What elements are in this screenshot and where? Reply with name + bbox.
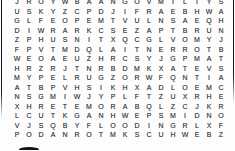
cell-r3c6: P — [71, 16, 83, 26]
cell-r3c13: N — [155, 16, 167, 26]
cell-r5c18: J — [215, 35, 227, 45]
cell-r13c1: L — [11, 111, 23, 121]
cell-r15c11: S — [131, 130, 143, 140]
cell-r3c10: V — [119, 16, 131, 26]
cell-r4c3: W — [35, 26, 47, 36]
cell-r5c17: Y — [203, 35, 215, 45]
cell-r4c13: P — [155, 26, 167, 36]
cell-r11c2: S — [23, 92, 35, 102]
cell-r6c14: R — [167, 45, 179, 55]
cell-r13c18: O — [215, 111, 227, 121]
cell-r11c15: X — [179, 92, 191, 102]
cell-r10c17: M — [203, 83, 215, 93]
cell-r7c9: R — [107, 54, 119, 64]
cell-r9c3: P — [35, 73, 47, 83]
cell-r7c13: J — [155, 54, 167, 64]
cell-r4c15: B — [179, 26, 191, 36]
cell-r4c14: T — [167, 26, 179, 36]
cell-r15c4: A — [47, 130, 59, 140]
cell-r3c4: E — [47, 16, 59, 26]
cell-r5c2: P — [23, 35, 35, 45]
cell-r6c6: D — [71, 45, 83, 55]
cell-r6c2: P — [23, 45, 35, 55]
cell-r5c5: S — [59, 35, 71, 45]
cell-r5c1: Z — [11, 35, 23, 45]
cell-r6c5: M — [59, 45, 71, 55]
cell-r13c7: A — [83, 111, 95, 121]
cell-r5c7: I — [83, 35, 95, 45]
cell-r8c13: X — [155, 64, 167, 74]
cell-r10c6: H — [71, 83, 83, 93]
cell-r9c8: G — [95, 73, 107, 83]
cell-r2c4: Y — [47, 7, 59, 17]
cell-r5c13: L — [155, 35, 167, 45]
cell-r12c15: C — [179, 102, 191, 112]
cell-r10c13: D — [155, 83, 167, 93]
cell-r9c4: E — [47, 73, 59, 83]
ink-blob — [19, 147, 39, 151]
cell-r14c18: F — [215, 121, 227, 131]
cell-r4c16: R — [191, 26, 203, 36]
cell-r9c12: W — [143, 73, 155, 83]
cell-r14c11: D — [131, 121, 143, 131]
cell-r10c8: I — [95, 83, 107, 93]
cell-r3c3: F — [35, 16, 47, 26]
cell-r5c10: Q — [119, 35, 131, 45]
cell-r10c9: K — [107, 83, 119, 93]
cell-r7c14: G — [167, 54, 179, 64]
cell-r2c12: R — [143, 7, 155, 17]
cell-r6c18: B — [215, 45, 227, 55]
cell-r10c12: A — [143, 83, 155, 93]
cell-r8c6: T — [71, 64, 83, 74]
cell-r6c13: E — [155, 45, 167, 55]
cell-r2c6: C — [71, 7, 83, 17]
cell-r2c8: D — [95, 7, 107, 17]
cell-r4c7: K — [83, 26, 95, 36]
cell-r14c15: R — [179, 121, 191, 131]
cell-r6c9: A — [107, 45, 119, 55]
cell-r14c3: S — [35, 121, 47, 131]
cell-r9c5: L — [59, 73, 71, 83]
cell-r7c10: C — [119, 54, 131, 64]
cell-r13c4: T — [47, 111, 59, 121]
cell-r2c9: J — [107, 7, 119, 17]
cell-r5c11: C — [131, 35, 143, 45]
cell-r3c8: M — [95, 16, 107, 26]
cell-r7c7: Z — [83, 54, 95, 64]
cell-r4c2: I — [23, 26, 35, 36]
cell-r8c8: R — [95, 64, 107, 74]
cell-r8c14: A — [167, 64, 179, 74]
cell-r4c11: Z — [131, 26, 143, 36]
cell-r7c5: E — [59, 54, 71, 64]
cell-r3c5: O — [59, 16, 71, 26]
cell-r14c14: G — [167, 121, 179, 131]
cell-r6c12: N — [143, 45, 155, 55]
cell-r2c1: U — [11, 7, 23, 17]
cell-r15c18: Z — [215, 130, 227, 140]
cell-r13c2: C — [23, 111, 35, 121]
cell-r4c6: R — [71, 26, 83, 36]
cell-r15c13: U — [155, 130, 167, 140]
cell-r8c1: H — [11, 64, 23, 74]
cell-r12c13: L — [155, 102, 167, 112]
cell-r5c16: M — [191, 35, 203, 45]
cell-r4c17: U — [203, 26, 215, 36]
cell-r9c2: Y — [23, 73, 35, 83]
cell-r8c18: S — [215, 64, 227, 74]
cell-r10c11: X — [131, 83, 143, 93]
cell-r7c4: A — [47, 54, 59, 64]
cell-r12c2: H — [23, 102, 35, 112]
cell-r6c8: L — [95, 45, 107, 55]
cell-r14c10: O — [119, 121, 131, 131]
cell-r5c9: X — [107, 35, 119, 45]
cell-r6c1: F — [11, 45, 23, 55]
cell-r6c10: I — [119, 45, 131, 55]
cell-r2c2: S — [23, 7, 35, 17]
cell-r7c1: W — [11, 54, 23, 64]
cell-r14c16: L — [191, 121, 203, 131]
cell-r3c9: T — [107, 16, 119, 26]
cell-r10c16: E — [191, 83, 203, 93]
cell-r13c9: H — [107, 111, 119, 121]
cell-r10c2: T — [23, 83, 35, 93]
cell-r9c6: R — [71, 73, 83, 83]
cell-r15c10: K — [119, 130, 131, 140]
cell-r2c16: H — [191, 7, 203, 17]
cell-r11c14: U — [167, 92, 179, 102]
cell-r13c15: I — [179, 111, 191, 121]
cell-r12c11: B — [131, 102, 143, 112]
cell-r8c5: J — [59, 64, 71, 74]
cell-r8c17: V — [203, 64, 215, 74]
cell-r5c8: T — [95, 35, 107, 45]
cell-r7c18: T — [215, 54, 227, 64]
cell-r4c1: D — [11, 26, 23, 36]
cell-r12c16: J — [191, 102, 203, 112]
cell-r15c15: W — [179, 130, 191, 140]
cell-r10c1: A — [11, 83, 23, 93]
cell-r7c11: S — [131, 54, 143, 64]
cell-r8c2: R — [23, 64, 35, 74]
cell-r14c8: L — [95, 121, 107, 131]
word-search-grid: JROYWBAANGOVMILTYSUSKYZCPDJIFRAEBHWAGLFE… — [11, 0, 227, 140]
cell-r14c6: Y — [71, 121, 83, 131]
cell-r10c5: V — [59, 83, 71, 93]
cell-r3c18: H — [215, 16, 227, 26]
cell-r7c3: O — [35, 54, 47, 64]
cell-r13c11: E — [131, 111, 143, 121]
cell-r4c10: E — [119, 26, 131, 36]
cell-r14c9: O — [107, 121, 119, 131]
cell-r9c17: I — [203, 73, 215, 83]
cell-r3c14: S — [167, 16, 179, 26]
cell-r12c8: O — [95, 102, 107, 112]
cell-r14c13: N — [155, 121, 167, 131]
cell-r11c13: Z — [155, 92, 167, 102]
cell-r11c17: H — [203, 92, 215, 102]
cell-r13c5: K — [59, 111, 71, 121]
cell-r6c4: T — [47, 45, 59, 55]
cell-r13c8: N — [95, 111, 107, 121]
cell-r11c9: P — [107, 92, 119, 102]
cell-r11c3: G — [35, 92, 47, 102]
cell-r3c2: L — [23, 16, 35, 26]
cell-r8c15: T — [179, 64, 191, 74]
cell-r6c16: O — [191, 45, 203, 55]
cell-r8c4: R — [47, 64, 59, 74]
cell-r11c1: N — [11, 92, 23, 102]
cell-r10c18: C — [215, 83, 227, 93]
cell-r2c14: E — [167, 7, 179, 17]
cell-r13c13: S — [155, 111, 167, 121]
cell-r4c9: S — [107, 26, 119, 36]
cell-r5c4: U — [47, 35, 59, 45]
cell-r12c3: R — [35, 102, 47, 112]
cell-r12c17: K — [203, 102, 215, 112]
cell-r14c17: X — [203, 121, 215, 131]
cell-r15c8: T — [95, 130, 107, 140]
cell-r3c15: A — [179, 16, 191, 26]
cell-r8c16: E — [191, 64, 203, 74]
cell-r15c2: O — [23, 130, 35, 140]
cell-r13c16: D — [191, 111, 203, 121]
cell-r10c14: L — [167, 83, 179, 93]
cell-r13c17: N — [203, 111, 215, 121]
cell-r15c5: N — [59, 130, 71, 140]
cell-r4c18: N — [215, 26, 227, 36]
cell-r13c14: M — [167, 111, 179, 121]
cell-r2c11: F — [131, 7, 143, 17]
cell-r13c12: P — [143, 111, 155, 121]
cell-r15c12: C — [143, 130, 155, 140]
cell-r11c18: E — [215, 92, 227, 102]
cell-r10c3: B — [35, 83, 47, 93]
cell-r7c6: U — [71, 54, 83, 64]
cell-r5c15: O — [179, 35, 191, 45]
cell-r9c14: Q — [167, 73, 179, 83]
cell-r9c7: U — [83, 73, 95, 83]
cell-r15c6: R — [71, 130, 83, 140]
cell-r8c11: M — [131, 64, 143, 74]
cell-r15c14: H — [167, 130, 179, 140]
scan-page-edge-left — [1, 0, 2, 118]
cell-r11c7: J — [83, 92, 95, 102]
scan-page-edge-right — [233, 0, 235, 104]
cell-r8c12: K — [143, 64, 155, 74]
cell-r5c14: V — [167, 35, 179, 45]
cell-r9c1: M — [11, 73, 23, 83]
cell-r7c8: H — [95, 54, 107, 64]
cell-r11c8: Y — [95, 92, 107, 102]
cell-r15c17: B — [203, 130, 215, 140]
cell-r12c14: Z — [167, 102, 179, 112]
cell-r12c18: R — [215, 102, 227, 112]
cell-r5c12: G — [143, 35, 155, 45]
cell-r2c15: B — [179, 7, 191, 17]
cell-r14c4: Q — [47, 121, 59, 131]
cell-r11c4: M — [47, 92, 59, 102]
cell-r12c5: T — [59, 102, 71, 112]
cell-r3c7: E — [83, 16, 95, 26]
cell-r5c3: H — [35, 35, 47, 45]
cell-r11c10: L — [119, 92, 131, 102]
cell-r6c11: T — [131, 45, 143, 55]
cell-r8c9: B — [107, 64, 119, 74]
cell-r2c17: W — [203, 7, 215, 17]
cell-r3c1: G — [11, 16, 23, 26]
cell-r13c10: W — [119, 111, 131, 121]
cell-r6c7: Q — [83, 45, 95, 55]
cell-r9c11: R — [131, 73, 143, 83]
cell-r12c10: A — [119, 102, 131, 112]
cell-r14c7: F — [83, 121, 95, 131]
cell-r2c10: I — [119, 7, 131, 17]
cell-r4c12: A — [143, 26, 155, 36]
cell-r11c5: I — [59, 92, 71, 102]
cell-r6c3: V — [35, 45, 47, 55]
cell-r9c15: N — [179, 73, 191, 83]
cell-r3c17: Q — [203, 16, 215, 26]
cell-r15c1: P — [11, 130, 23, 140]
cell-r11c12: T — [143, 92, 155, 102]
cell-r11c6: W — [71, 92, 83, 102]
cell-r3c12: L — [143, 16, 155, 26]
cell-r12c6: E — [71, 102, 83, 112]
cell-r8c3: Z — [35, 64, 47, 74]
cell-r14c1: V — [11, 121, 23, 131]
cell-r4c4: R — [47, 26, 59, 36]
cell-r14c5: B — [59, 121, 71, 131]
cell-r10c10: H — [119, 83, 131, 93]
cell-r12c4: E — [47, 102, 59, 112]
cell-r13c6: G — [71, 111, 83, 121]
cell-r15c9: M — [107, 130, 119, 140]
cell-r10c7: S — [83, 83, 95, 93]
cell-r7c2: E — [23, 54, 35, 64]
cell-r12c1: X — [11, 102, 23, 112]
cell-r12c7: M — [83, 102, 95, 112]
cell-r7c12: Y — [143, 54, 155, 64]
cell-r11c11: F — [131, 92, 143, 102]
cell-r15c7: O — [83, 130, 95, 140]
cell-r3c11: U — [131, 16, 143, 26]
cell-r9c10: O — [119, 73, 131, 83]
cell-r7c15: P — [179, 54, 191, 64]
cell-r8c10: D — [119, 64, 131, 74]
cell-r5c6: N — [71, 35, 83, 45]
cell-r8c7: N — [83, 64, 95, 74]
cell-r14c12: I — [143, 121, 155, 131]
cell-r7c16: M — [191, 54, 203, 64]
cell-r3c16: E — [191, 16, 203, 26]
cell-r11c16: R — [191, 92, 203, 102]
cell-r6c15: R — [179, 45, 191, 55]
cell-r6c17: T — [203, 45, 215, 55]
cell-r7c17: A — [203, 54, 215, 64]
cell-r2c13: A — [155, 7, 167, 17]
cell-r4c8: C — [95, 26, 107, 36]
cell-r9c16: T — [191, 73, 203, 83]
cell-r13c3: U — [35, 111, 47, 121]
cell-r9c9: Z — [107, 73, 119, 83]
cell-r15c16: E — [191, 130, 203, 140]
cell-r10c15: O — [179, 83, 191, 93]
cell-r2c3: K — [35, 7, 47, 17]
cell-r2c7: P — [83, 7, 95, 17]
cell-r12c12: Q — [143, 102, 155, 112]
cell-r4c5: A — [59, 26, 71, 36]
cell-r14c2: J — [23, 121, 35, 131]
word-search-page: JROYWBAANGOVMILTYSUSKYZCPDJIFRAEBHWAGLFE… — [0, 0, 235, 150]
cell-r9c18: A — [215, 73, 227, 83]
cell-r12c9: R — [107, 102, 119, 112]
cell-r2c18: A — [215, 7, 227, 17]
cell-r15c3: D — [35, 130, 47, 140]
cell-r2c5: Z — [59, 7, 71, 17]
cell-r10c4: P — [47, 83, 59, 93]
cell-r9c13: F — [155, 73, 167, 83]
